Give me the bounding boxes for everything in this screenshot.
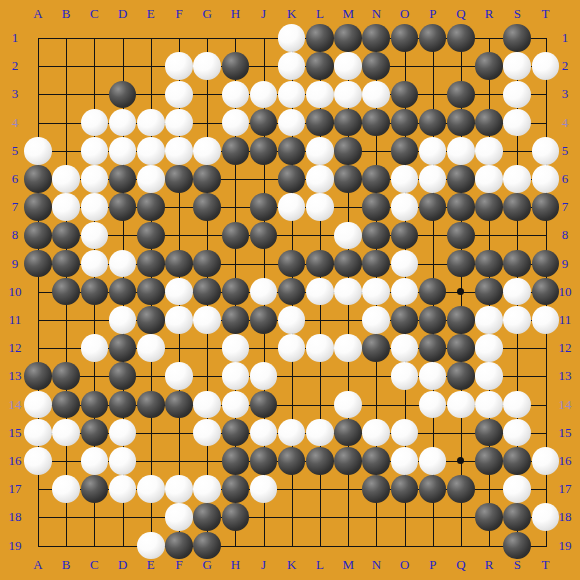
intersection-S13[interactable] bbox=[503, 362, 531, 390]
intersection-Q15[interactable] bbox=[447, 419, 475, 447]
intersection-O8[interactable] bbox=[390, 221, 418, 249]
intersection-C7[interactable] bbox=[80, 193, 108, 221]
intersection-C17[interactable] bbox=[80, 475, 108, 503]
intersection-F6[interactable] bbox=[165, 165, 193, 193]
stone-black[interactable] bbox=[278, 165, 306, 193]
intersection-H19[interactable] bbox=[221, 531, 249, 559]
intersection-H6[interactable] bbox=[221, 165, 249, 193]
intersection-F18[interactable] bbox=[165, 503, 193, 531]
stone-black[interactable] bbox=[419, 193, 447, 221]
stone-white[interactable] bbox=[419, 165, 447, 193]
intersection-L8[interactable] bbox=[306, 221, 334, 249]
stone-white[interactable] bbox=[24, 419, 52, 447]
intersection-H4[interactable] bbox=[221, 108, 249, 136]
stone-white[interactable] bbox=[503, 419, 531, 447]
stone-white[interactable] bbox=[334, 52, 362, 80]
stone-white[interactable] bbox=[137, 475, 165, 503]
stone-white[interactable] bbox=[278, 306, 306, 334]
stone-white[interactable] bbox=[52, 419, 80, 447]
intersection-B12[interactable] bbox=[52, 334, 80, 362]
intersection-A19[interactable] bbox=[24, 531, 52, 559]
stone-black[interactable] bbox=[362, 475, 390, 503]
intersection-N19[interactable] bbox=[362, 531, 390, 559]
intersection-E10[interactable] bbox=[137, 278, 165, 306]
intersection-T6[interactable] bbox=[531, 165, 559, 193]
intersection-L17[interactable] bbox=[306, 475, 334, 503]
intersection-J12[interactable] bbox=[249, 334, 277, 362]
stone-white[interactable] bbox=[447, 391, 475, 419]
intersection-J9[interactable] bbox=[249, 249, 277, 277]
stone-black[interactable] bbox=[222, 137, 250, 165]
intersection-P12[interactable] bbox=[419, 334, 447, 362]
stone-white[interactable] bbox=[391, 362, 419, 390]
stone-black[interactable] bbox=[81, 278, 109, 306]
intersection-O14[interactable] bbox=[390, 390, 418, 418]
intersection-M3[interactable] bbox=[334, 80, 362, 108]
intersection-F9[interactable] bbox=[165, 249, 193, 277]
intersection-G10[interactable] bbox=[193, 278, 221, 306]
intersection-F11[interactable] bbox=[165, 306, 193, 334]
intersection-B11[interactable] bbox=[52, 306, 80, 334]
intersection-G12[interactable] bbox=[193, 334, 221, 362]
intersection-D9[interactable] bbox=[108, 249, 136, 277]
intersection-R8[interactable] bbox=[475, 221, 503, 249]
intersection-S10[interactable] bbox=[503, 278, 531, 306]
intersection-P19[interactable] bbox=[419, 531, 447, 559]
stone-white[interactable] bbox=[362, 419, 390, 447]
intersection-R1[interactable] bbox=[475, 24, 503, 52]
stone-white[interactable] bbox=[165, 362, 193, 390]
intersection-T18[interactable] bbox=[531, 503, 559, 531]
intersection-P3[interactable] bbox=[419, 80, 447, 108]
intersection-B4[interactable] bbox=[52, 108, 80, 136]
stone-black[interactable] bbox=[193, 278, 221, 306]
intersection-Q2[interactable] bbox=[447, 52, 475, 80]
intersection-P18[interactable] bbox=[419, 503, 447, 531]
intersection-B2[interactable] bbox=[52, 52, 80, 80]
stone-black[interactable] bbox=[250, 447, 278, 475]
intersection-L14[interactable] bbox=[306, 390, 334, 418]
intersection-T16[interactable] bbox=[531, 447, 559, 475]
intersection-C15[interactable] bbox=[80, 419, 108, 447]
stone-black[interactable] bbox=[419, 109, 447, 137]
intersection-P11[interactable] bbox=[419, 306, 447, 334]
intersection-M10[interactable] bbox=[334, 278, 362, 306]
stone-white[interactable] bbox=[165, 109, 193, 137]
intersection-G19[interactable] bbox=[193, 531, 221, 559]
intersection-M7[interactable] bbox=[334, 193, 362, 221]
stone-black[interactable] bbox=[475, 419, 503, 447]
intersection-A15[interactable] bbox=[24, 419, 52, 447]
intersection-L18[interactable] bbox=[306, 503, 334, 531]
stone-black[interactable] bbox=[475, 250, 503, 278]
stone-black[interactable] bbox=[137, 278, 165, 306]
intersection-L11[interactable] bbox=[306, 306, 334, 334]
intersection-D19[interactable] bbox=[108, 531, 136, 559]
intersection-H7[interactable] bbox=[221, 193, 249, 221]
intersection-N16[interactable] bbox=[362, 447, 390, 475]
stone-white[interactable] bbox=[278, 81, 306, 109]
intersection-F14[interactable] bbox=[165, 390, 193, 418]
stone-black[interactable] bbox=[362, 109, 390, 137]
intersection-F15[interactable] bbox=[165, 419, 193, 447]
intersection-K4[interactable] bbox=[278, 108, 306, 136]
stone-white[interactable] bbox=[109, 250, 137, 278]
intersection-G3[interactable] bbox=[193, 80, 221, 108]
intersection-P17[interactable] bbox=[419, 475, 447, 503]
intersection-M1[interactable] bbox=[334, 24, 362, 52]
stone-white[interactable] bbox=[447, 137, 475, 165]
intersection-N1[interactable] bbox=[362, 24, 390, 52]
stone-black[interactable] bbox=[362, 193, 390, 221]
intersection-M14[interactable] bbox=[334, 390, 362, 418]
intersection-B8[interactable] bbox=[52, 221, 80, 249]
stone-white[interactable] bbox=[250, 278, 278, 306]
stone-white[interactable] bbox=[137, 334, 165, 362]
intersection-R18[interactable] bbox=[475, 503, 503, 531]
intersection-D16[interactable] bbox=[108, 447, 136, 475]
intersection-R10[interactable] bbox=[475, 278, 503, 306]
intersection-B5[interactable] bbox=[52, 137, 80, 165]
intersection-J3[interactable] bbox=[249, 80, 277, 108]
stone-black[interactable] bbox=[391, 306, 419, 334]
intersection-Q19[interactable] bbox=[447, 531, 475, 559]
stone-white[interactable] bbox=[81, 222, 109, 250]
stone-black[interactable] bbox=[447, 165, 475, 193]
stone-black[interactable] bbox=[109, 193, 137, 221]
stone-black[interactable] bbox=[109, 165, 137, 193]
intersection-B19[interactable] bbox=[52, 531, 80, 559]
intersection-C18[interactable] bbox=[80, 503, 108, 531]
intersection-D13[interactable] bbox=[108, 362, 136, 390]
intersection-E2[interactable] bbox=[137, 52, 165, 80]
stone-black[interactable] bbox=[362, 250, 390, 278]
stone-black[interactable] bbox=[532, 278, 560, 306]
intersection-G2[interactable] bbox=[193, 52, 221, 80]
intersection-E13[interactable] bbox=[137, 362, 165, 390]
intersection-D11[interactable] bbox=[108, 306, 136, 334]
intersection-A11[interactable] bbox=[24, 306, 52, 334]
intersection-C6[interactable] bbox=[80, 165, 108, 193]
intersection-B6[interactable] bbox=[52, 165, 80, 193]
stone-black[interactable] bbox=[222, 419, 250, 447]
intersection-C5[interactable] bbox=[80, 137, 108, 165]
intersection-Q3[interactable] bbox=[447, 80, 475, 108]
intersection-G6[interactable] bbox=[193, 165, 221, 193]
intersection-J16[interactable] bbox=[249, 447, 277, 475]
intersection-C2[interactable] bbox=[80, 52, 108, 80]
intersection-T11[interactable] bbox=[531, 306, 559, 334]
stone-black[interactable] bbox=[334, 109, 362, 137]
intersection-L7[interactable] bbox=[306, 193, 334, 221]
intersection-K5[interactable] bbox=[278, 137, 306, 165]
intersection-J18[interactable] bbox=[249, 503, 277, 531]
intersection-O18[interactable] bbox=[390, 503, 418, 531]
intersection-Q17[interactable] bbox=[447, 475, 475, 503]
stone-black[interactable] bbox=[193, 250, 221, 278]
intersection-K14[interactable] bbox=[278, 390, 306, 418]
intersection-L2[interactable] bbox=[306, 52, 334, 80]
intersection-H15[interactable] bbox=[221, 419, 249, 447]
intersection-P8[interactable] bbox=[419, 221, 447, 249]
stone-white[interactable] bbox=[503, 81, 531, 109]
intersection-P16[interactable] bbox=[419, 447, 447, 475]
intersection-K12[interactable] bbox=[278, 334, 306, 362]
stone-black[interactable] bbox=[419, 278, 447, 306]
intersection-B9[interactable] bbox=[52, 249, 80, 277]
stone-black[interactable] bbox=[391, 137, 419, 165]
stone-black[interactable] bbox=[222, 278, 250, 306]
intersection-J5[interactable] bbox=[249, 137, 277, 165]
intersection-K17[interactable] bbox=[278, 475, 306, 503]
intersection-K1[interactable] bbox=[278, 24, 306, 52]
intersection-O19[interactable] bbox=[390, 531, 418, 559]
stone-white[interactable] bbox=[419, 447, 447, 475]
intersection-B16[interactable] bbox=[52, 447, 80, 475]
intersection-G9[interactable] bbox=[193, 249, 221, 277]
stone-white[interactable] bbox=[81, 137, 109, 165]
stone-white[interactable] bbox=[81, 250, 109, 278]
intersection-R4[interactable] bbox=[475, 108, 503, 136]
intersection-C4[interactable] bbox=[80, 108, 108, 136]
intersection-K19[interactable] bbox=[278, 531, 306, 559]
stone-white[interactable] bbox=[334, 222, 362, 250]
stone-white[interactable] bbox=[81, 447, 109, 475]
intersection-P10[interactable] bbox=[419, 278, 447, 306]
intersection-M12[interactable] bbox=[334, 334, 362, 362]
intersection-T10[interactable] bbox=[531, 278, 559, 306]
intersection-H5[interactable] bbox=[221, 137, 249, 165]
intersection-Q8[interactable] bbox=[447, 221, 475, 249]
stone-black[interactable] bbox=[109, 391, 137, 419]
intersection-P1[interactable] bbox=[419, 24, 447, 52]
stone-white[interactable] bbox=[362, 81, 390, 109]
stone-white[interactable] bbox=[334, 81, 362, 109]
intersection-L13[interactable] bbox=[306, 362, 334, 390]
stone-black[interactable] bbox=[193, 193, 221, 221]
stone-black[interactable] bbox=[81, 475, 109, 503]
intersection-F2[interactable] bbox=[165, 52, 193, 80]
intersection-Q4[interactable] bbox=[447, 108, 475, 136]
stone-black[interactable] bbox=[193, 532, 221, 560]
stone-white[interactable] bbox=[193, 52, 221, 80]
stone-white[interactable] bbox=[165, 52, 193, 80]
stone-white[interactable] bbox=[362, 278, 390, 306]
intersection-E18[interactable] bbox=[137, 503, 165, 531]
intersection-E6[interactable] bbox=[137, 165, 165, 193]
intersection-F10[interactable] bbox=[165, 278, 193, 306]
stone-black[interactable] bbox=[222, 503, 250, 531]
intersection-N6[interactable] bbox=[362, 165, 390, 193]
stone-black[interactable] bbox=[362, 24, 390, 52]
stone-white[interactable] bbox=[475, 306, 503, 334]
intersection-G17[interactable] bbox=[193, 475, 221, 503]
stone-white[interactable] bbox=[391, 193, 419, 221]
intersection-L15[interactable] bbox=[306, 419, 334, 447]
intersection-H18[interactable] bbox=[221, 503, 249, 531]
intersection-P2[interactable] bbox=[419, 52, 447, 80]
stone-black[interactable] bbox=[475, 52, 503, 80]
intersection-Q13[interactable] bbox=[447, 362, 475, 390]
intersection-C9[interactable] bbox=[80, 249, 108, 277]
intersection-E5[interactable] bbox=[137, 137, 165, 165]
stone-black[interactable] bbox=[306, 250, 334, 278]
intersection-J15[interactable] bbox=[249, 419, 277, 447]
stone-black[interactable] bbox=[52, 278, 80, 306]
stone-black[interactable] bbox=[250, 222, 278, 250]
intersection-G16[interactable] bbox=[193, 447, 221, 475]
stone-black[interactable] bbox=[137, 250, 165, 278]
stone-white[interactable] bbox=[391, 334, 419, 362]
stone-white[interactable] bbox=[109, 137, 137, 165]
stone-black[interactable] bbox=[222, 52, 250, 80]
intersection-D2[interactable] bbox=[108, 52, 136, 80]
stone-white[interactable] bbox=[109, 306, 137, 334]
intersection-Q7[interactable] bbox=[447, 193, 475, 221]
stone-black[interactable] bbox=[109, 362, 137, 390]
intersection-P13[interactable] bbox=[419, 362, 447, 390]
intersection-B7[interactable] bbox=[52, 193, 80, 221]
stone-white[interactable] bbox=[532, 165, 560, 193]
intersection-G13[interactable] bbox=[193, 362, 221, 390]
intersection-R15[interactable] bbox=[475, 419, 503, 447]
intersection-R14[interactable] bbox=[475, 390, 503, 418]
stone-white[interactable] bbox=[532, 52, 560, 80]
stone-white[interactable] bbox=[137, 165, 165, 193]
stone-black[interactable] bbox=[52, 222, 80, 250]
stone-white[interactable] bbox=[81, 165, 109, 193]
intersection-H11[interactable] bbox=[221, 306, 249, 334]
intersection-G4[interactable] bbox=[193, 108, 221, 136]
stone-white[interactable] bbox=[165, 475, 193, 503]
stone-black[interactable] bbox=[391, 109, 419, 137]
intersection-J1[interactable] bbox=[249, 24, 277, 52]
intersection-R17[interactable] bbox=[475, 475, 503, 503]
stone-white[interactable] bbox=[193, 306, 221, 334]
intersection-J2[interactable] bbox=[249, 52, 277, 80]
stone-white[interactable] bbox=[165, 81, 193, 109]
intersection-N18[interactable] bbox=[362, 503, 390, 531]
stone-black[interactable] bbox=[362, 222, 390, 250]
stone-white[interactable] bbox=[475, 165, 503, 193]
intersection-F4[interactable] bbox=[165, 108, 193, 136]
intersection-N12[interactable] bbox=[362, 334, 390, 362]
intersection-O2[interactable] bbox=[390, 52, 418, 80]
stone-black[interactable] bbox=[109, 81, 137, 109]
stone-white[interactable] bbox=[52, 475, 80, 503]
intersection-A14[interactable] bbox=[24, 390, 52, 418]
stone-white[interactable] bbox=[24, 137, 52, 165]
intersection-L6[interactable] bbox=[306, 165, 334, 193]
intersection-D12[interactable] bbox=[108, 334, 136, 362]
stone-white[interactable] bbox=[532, 503, 560, 531]
stone-white[interactable] bbox=[475, 362, 503, 390]
stone-white[interactable] bbox=[306, 419, 334, 447]
stone-white[interactable] bbox=[306, 165, 334, 193]
intersection-K7[interactable] bbox=[278, 193, 306, 221]
stone-black[interactable] bbox=[475, 278, 503, 306]
intersection-S8[interactable] bbox=[503, 221, 531, 249]
stone-black[interactable] bbox=[475, 109, 503, 137]
intersection-N7[interactable] bbox=[362, 193, 390, 221]
intersection-C19[interactable] bbox=[80, 531, 108, 559]
intersection-P7[interactable] bbox=[419, 193, 447, 221]
intersection-E11[interactable] bbox=[137, 306, 165, 334]
intersection-N4[interactable] bbox=[362, 108, 390, 136]
stone-white[interactable] bbox=[306, 137, 334, 165]
stone-white[interactable] bbox=[137, 532, 165, 560]
stone-white[interactable] bbox=[52, 165, 80, 193]
stone-black[interactable] bbox=[447, 306, 475, 334]
stone-black[interactable] bbox=[193, 503, 221, 531]
intersection-G15[interactable] bbox=[193, 419, 221, 447]
intersection-L1[interactable] bbox=[306, 24, 334, 52]
intersection-N13[interactable] bbox=[362, 362, 390, 390]
intersection-F19[interactable] bbox=[165, 531, 193, 559]
stone-black[interactable] bbox=[391, 81, 419, 109]
stone-white[interactable] bbox=[503, 391, 531, 419]
intersection-N5[interactable] bbox=[362, 137, 390, 165]
stone-black[interactable] bbox=[334, 137, 362, 165]
intersection-B14[interactable] bbox=[52, 390, 80, 418]
stone-white[interactable] bbox=[222, 391, 250, 419]
intersection-S9[interactable] bbox=[503, 249, 531, 277]
stone-black[interactable] bbox=[306, 24, 334, 52]
intersection-N10[interactable] bbox=[362, 278, 390, 306]
intersection-R3[interactable] bbox=[475, 80, 503, 108]
stone-white[interactable] bbox=[503, 306, 531, 334]
intersection-A5[interactable] bbox=[24, 137, 52, 165]
intersection-E15[interactable] bbox=[137, 419, 165, 447]
stone-black[interactable] bbox=[250, 306, 278, 334]
intersection-L16[interactable] bbox=[306, 447, 334, 475]
stone-black[interactable] bbox=[165, 250, 193, 278]
stone-black[interactable] bbox=[24, 193, 52, 221]
stone-white[interactable] bbox=[475, 137, 503, 165]
intersection-R12[interactable] bbox=[475, 334, 503, 362]
intersection-J4[interactable] bbox=[249, 108, 277, 136]
intersection-T7[interactable] bbox=[531, 193, 559, 221]
stone-black[interactable] bbox=[475, 193, 503, 221]
stone-white[interactable] bbox=[391, 419, 419, 447]
stone-black[interactable] bbox=[306, 447, 334, 475]
intersection-S4[interactable] bbox=[503, 108, 531, 136]
intersection-A3[interactable] bbox=[24, 80, 52, 108]
stone-white[interactable] bbox=[503, 475, 531, 503]
intersection-C3[interactable] bbox=[80, 80, 108, 108]
stone-white[interactable] bbox=[532, 447, 560, 475]
intersection-A9[interactable] bbox=[24, 249, 52, 277]
intersection-O12[interactable] bbox=[390, 334, 418, 362]
stone-black[interactable] bbox=[532, 250, 560, 278]
intersection-B15[interactable] bbox=[52, 419, 80, 447]
intersection-F12[interactable] bbox=[165, 334, 193, 362]
stone-black[interactable] bbox=[81, 391, 109, 419]
intersection-C8[interactable] bbox=[80, 221, 108, 249]
intersection-H13[interactable] bbox=[221, 362, 249, 390]
stone-black[interactable] bbox=[250, 391, 278, 419]
stone-black[interactable] bbox=[24, 362, 52, 390]
stone-white[interactable] bbox=[278, 419, 306, 447]
stone-white[interactable] bbox=[391, 165, 419, 193]
intersection-K3[interactable] bbox=[278, 80, 306, 108]
intersection-M18[interactable] bbox=[334, 503, 362, 531]
stone-white[interactable] bbox=[334, 334, 362, 362]
stone-black[interactable] bbox=[503, 250, 531, 278]
intersection-B1[interactable] bbox=[52, 24, 80, 52]
stone-white[interactable] bbox=[250, 419, 278, 447]
intersection-G14[interactable] bbox=[193, 390, 221, 418]
